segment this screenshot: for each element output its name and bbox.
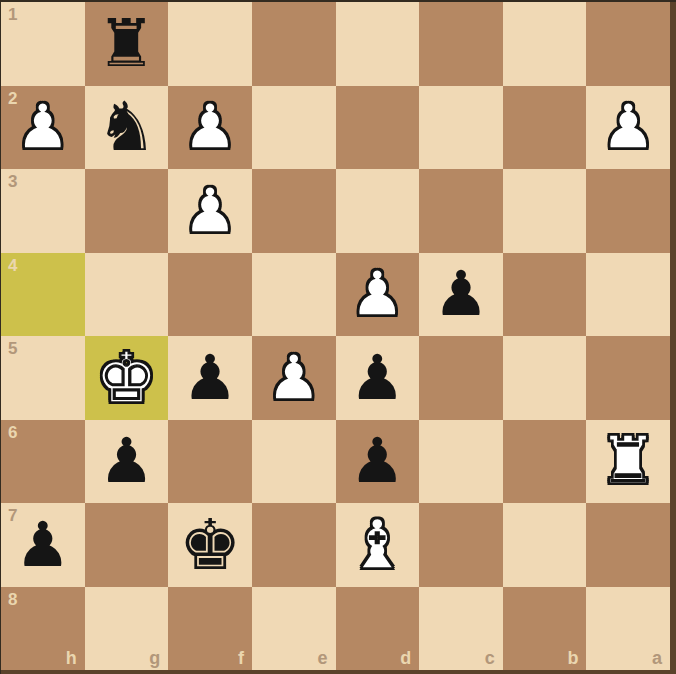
- black-pawn[interactable]: ♟: [168, 336, 252, 420]
- square-b7[interactable]: [503, 503, 587, 587]
- white-pawn[interactable]: ♟: [336, 253, 420, 337]
- white-pawn[interactable]: ♟: [586, 86, 670, 170]
- square-e1[interactable]: [252, 2, 336, 86]
- square-e3[interactable]: [252, 169, 336, 253]
- square-c2[interactable]: [419, 86, 503, 170]
- square-a1[interactable]: [586, 2, 670, 86]
- square-a8[interactable]: a: [586, 587, 670, 671]
- black-king[interactable]: ♚: [168, 503, 252, 587]
- square-g7[interactable]: [85, 503, 169, 587]
- file-label-e: e: [317, 649, 327, 667]
- square-f4[interactable]: [168, 253, 252, 337]
- square-f8[interactable]: f: [168, 587, 252, 671]
- square-h8[interactable]: 8h: [1, 587, 85, 671]
- square-f5[interactable]: ♟: [168, 336, 252, 420]
- square-d8[interactable]: d: [336, 587, 420, 671]
- square-c4[interactable]: ♟: [419, 253, 503, 337]
- square-c7[interactable]: [419, 503, 503, 587]
- square-e6[interactable]: [252, 420, 336, 504]
- square-d7[interactable]: ♝: [336, 503, 420, 587]
- black-pawn[interactable]: ♟: [419, 253, 503, 337]
- square-f7[interactable]: ♚: [168, 503, 252, 587]
- file-label-d: d: [400, 649, 411, 667]
- square-h1[interactable]: 1: [1, 2, 85, 86]
- rank-label-1: 1: [8, 6, 17, 23]
- square-g1[interactable]: ♜: [85, 2, 169, 86]
- white-pawn[interactable]: ♟: [168, 169, 252, 253]
- square-e8[interactable]: e: [252, 587, 336, 671]
- square-b1[interactable]: [503, 2, 587, 86]
- rank-label-3: 3: [8, 173, 17, 190]
- square-f3[interactable]: ♟: [168, 169, 252, 253]
- square-e7[interactable]: [252, 503, 336, 587]
- board-frame: 1♜2♟♞♟♟3♟4♟♟5♚♟♟♟6♟♟♜7♟♚♝8hgfedcba: [0, 0, 676, 674]
- black-pawn[interactable]: ♟: [336, 420, 420, 504]
- square-d2[interactable]: [336, 86, 420, 170]
- square-d3[interactable]: [336, 169, 420, 253]
- square-b8[interactable]: b: [503, 587, 587, 671]
- square-g6[interactable]: ♟: [85, 420, 169, 504]
- square-h4[interactable]: 4: [1, 253, 85, 337]
- chess-board: 1♜2♟♞♟♟3♟4♟♟5♚♟♟♟6♟♟♜7♟♚♝8hgfedcba: [1, 2, 670, 670]
- black-pawn[interactable]: ♟: [85, 420, 169, 504]
- square-a6[interactable]: ♜: [586, 420, 670, 504]
- white-pawn[interactable]: ♟: [1, 86, 85, 170]
- square-a5[interactable]: [586, 336, 670, 420]
- black-pawn[interactable]: ♟: [336, 336, 420, 420]
- square-f1[interactable]: [168, 2, 252, 86]
- square-b6[interactable]: [503, 420, 587, 504]
- file-label-c: c: [485, 649, 495, 667]
- square-c3[interactable]: [419, 169, 503, 253]
- square-b4[interactable]: [503, 253, 587, 337]
- white-pawn[interactable]: ♟: [252, 336, 336, 420]
- rank-label-5: 5: [8, 340, 17, 357]
- file-label-b: b: [567, 649, 578, 667]
- white-king[interactable]: ♚: [85, 336, 169, 420]
- square-b5[interactable]: [503, 336, 587, 420]
- black-rook[interactable]: ♜: [85, 2, 169, 86]
- square-g5[interactable]: ♚: [85, 336, 169, 420]
- square-d4[interactable]: ♟: [336, 253, 420, 337]
- black-pawn[interactable]: ♟: [1, 503, 85, 587]
- square-h7[interactable]: 7♟: [1, 503, 85, 587]
- square-c6[interactable]: [419, 420, 503, 504]
- square-f2[interactable]: ♟: [168, 86, 252, 170]
- square-a7[interactable]: [586, 503, 670, 587]
- square-c8[interactable]: c: [419, 587, 503, 671]
- file-label-a: a: [652, 649, 662, 667]
- square-e4[interactable]: [252, 253, 336, 337]
- square-g2[interactable]: ♞: [85, 86, 169, 170]
- rank-label-6: 6: [8, 424, 17, 441]
- square-b3[interactable]: [503, 169, 587, 253]
- square-e2[interactable]: [252, 86, 336, 170]
- square-a2[interactable]: ♟: [586, 86, 670, 170]
- square-c5[interactable]: [419, 336, 503, 420]
- square-d5[interactable]: ♟: [336, 336, 420, 420]
- file-label-h: h: [66, 649, 77, 667]
- square-h2[interactable]: 2♟: [1, 86, 85, 170]
- square-d6[interactable]: ♟: [336, 420, 420, 504]
- black-knight[interactable]: ♞: [85, 86, 169, 170]
- rank-label-8: 8: [8, 591, 17, 608]
- square-f6[interactable]: [168, 420, 252, 504]
- square-c1[interactable]: [419, 2, 503, 86]
- square-h3[interactable]: 3: [1, 169, 85, 253]
- white-bishop[interactable]: ♝: [336, 503, 420, 587]
- square-g8[interactable]: g: [85, 587, 169, 671]
- white-rook[interactable]: ♜: [586, 420, 670, 504]
- white-pawn[interactable]: ♟: [168, 86, 252, 170]
- square-h5[interactable]: 5: [1, 336, 85, 420]
- square-g3[interactable]: [85, 169, 169, 253]
- square-b2[interactable]: [503, 86, 587, 170]
- square-d1[interactable]: [336, 2, 420, 86]
- rank-label-4: 4: [8, 257, 17, 274]
- square-g4[interactable]: [85, 253, 169, 337]
- file-label-g: g: [149, 649, 160, 667]
- square-e5[interactable]: ♟: [252, 336, 336, 420]
- square-a4[interactable]: [586, 253, 670, 337]
- square-a3[interactable]: [586, 169, 670, 253]
- square-h6[interactable]: 6: [1, 420, 85, 504]
- file-label-f: f: [238, 649, 244, 667]
